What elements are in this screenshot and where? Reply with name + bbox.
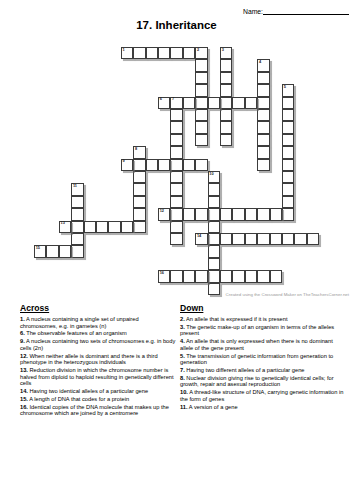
clue-number: 8 <box>135 147 137 152</box>
grid-cell[interactable] <box>195 84 207 96</box>
grid-cell[interactable] <box>183 47 195 59</box>
grid-cell[interactable] <box>282 109 294 121</box>
grid-cell[interactable] <box>195 109 207 121</box>
clue-item: 13. Reduction division in which the chro… <box>20 367 176 387</box>
grid-cell[interactable] <box>282 208 294 220</box>
grid-cell[interactable] <box>245 208 257 220</box>
grid-cell[interactable] <box>183 208 195 220</box>
clue-number: 16 <box>160 271 164 276</box>
grid-cell[interactable] <box>232 270 244 282</box>
grid-cell[interactable] <box>170 134 182 146</box>
grid-cell[interactable]: 2 <box>195 47 207 59</box>
grid-cell[interactable] <box>282 183 294 195</box>
grid-cell[interactable] <box>71 208 83 220</box>
grid-cell[interactable] <box>195 134 207 146</box>
grid-cell[interactable] <box>71 221 83 233</box>
grid-cell[interactable] <box>282 121 294 133</box>
grid-cell[interactable] <box>170 183 182 195</box>
grid-cell[interactable] <box>46 245 58 257</box>
grid-cell[interactable] <box>208 97 220 109</box>
grid-cell[interactable]: 4 <box>257 59 269 71</box>
grid-cell[interactable] <box>208 196 220 208</box>
down-clues-column: Down 2. An allele that is expressed if i… <box>180 303 347 418</box>
across-header: Across <box>20 303 176 313</box>
clue-item: 9. A nucleus containing two sets of chro… <box>20 338 176 351</box>
name-label: Name: <box>243 8 263 15</box>
clue-item: 14. Having two identical alleles of a pa… <box>20 388 176 395</box>
grid-cell[interactable] <box>195 270 207 282</box>
clue-item: 6. The observable features of an organis… <box>20 330 176 337</box>
across-clue-list: 1. A nucleus containing a single set of … <box>20 316 176 417</box>
grid-cell[interactable] <box>245 270 257 282</box>
grid-cell[interactable] <box>208 270 220 282</box>
grid-cell[interactable]: 7 <box>170 97 182 109</box>
grid-cell[interactable] <box>220 270 232 282</box>
clue-number: 5 <box>284 85 286 90</box>
grid-cell[interactable] <box>307 233 319 245</box>
grid-cell[interactable] <box>170 159 182 171</box>
grid-cell[interactable] <box>208 245 220 257</box>
crossword-grid: 12345678910111213141516 <box>34 47 320 296</box>
grid-cell[interactable] <box>84 221 96 233</box>
grid-cell[interactable] <box>208 183 220 195</box>
grid-cell[interactable] <box>133 159 145 171</box>
grid-cell[interactable] <box>257 208 269 220</box>
grid-cell[interactable] <box>270 270 282 282</box>
clue-number: 1 <box>122 48 124 53</box>
credit-text: Created using the Crossword Maker on The… <box>226 292 349 297</box>
grid-cell[interactable] <box>133 183 145 195</box>
grid-cell[interactable] <box>71 233 83 245</box>
clue-number: 10 <box>209 172 213 177</box>
grid-cell[interactable] <box>294 233 306 245</box>
grid-cell[interactable] <box>195 208 207 220</box>
grid-cell[interactable] <box>158 159 170 171</box>
grid-cell[interactable] <box>257 97 269 109</box>
grid-cell[interactable] <box>195 72 207 84</box>
name-underline[interactable] <box>263 7 349 15</box>
clue-number: 15 <box>36 246 40 251</box>
grid-cell[interactable] <box>257 146 269 158</box>
grid-cell[interactable] <box>183 270 195 282</box>
grid-cell[interactable] <box>257 72 269 84</box>
grid-cell[interactable]: 6 <box>158 97 170 109</box>
grid-cell[interactable] <box>146 159 158 171</box>
clue-number: 13 <box>60 221 64 226</box>
grid-cell[interactable] <box>96 221 108 233</box>
grid-cell[interactable]: 11 <box>71 183 83 195</box>
clue-number: 11 <box>73 184 77 189</box>
worksheet-page: Name: 17. Inheritance 123456789101112131… <box>0 0 353 500</box>
clue-item: 11. A version of a gene <box>180 404 347 411</box>
grid-cell[interactable] <box>195 159 207 171</box>
grid-cell[interactable] <box>282 171 294 183</box>
clue-item: 2. An allele that is expressed if it is … <box>180 316 347 323</box>
grid-cell[interactable]: 3 <box>220 47 232 59</box>
across-clues-column: Across 1. A nucleus containing a single … <box>20 303 176 418</box>
grid-cell[interactable] <box>170 121 182 133</box>
grid-cell[interactable] <box>133 171 145 183</box>
grid-cell[interactable] <box>170 208 182 220</box>
grid-cell[interactable] <box>220 208 232 220</box>
grid-cell[interactable] <box>208 233 220 245</box>
clue-lists: Across 1. A nucleus containing a single … <box>20 303 347 418</box>
grid-cell[interactable] <box>220 84 232 96</box>
grid-cell[interactable] <box>282 134 294 146</box>
grid-cell[interactable] <box>170 221 182 233</box>
grid-cell[interactable] <box>170 270 182 282</box>
grid-cell[interactable] <box>170 109 182 121</box>
down-header: Down <box>180 303 347 313</box>
grid-cell[interactable] <box>71 245 83 257</box>
grid-cell[interactable]: 15 <box>34 245 46 257</box>
grid-cell[interactable]: 13 <box>59 221 71 233</box>
grid-cell[interactable] <box>133 47 145 59</box>
clue-number: 14 <box>197 234 201 239</box>
clue-item: 3. The genetic make-up of an organism in… <box>180 324 347 337</box>
grid-cell[interactable] <box>121 221 133 233</box>
grid-cell[interactable] <box>108 221 120 233</box>
grid-cell[interactable] <box>232 233 244 245</box>
grid-cell[interactable] <box>232 208 244 220</box>
clue-item: 16. Identical copies of the DNA molecule… <box>20 404 176 417</box>
grid-cell[interactable] <box>133 221 145 233</box>
grid-cell[interactable]: 9 <box>121 159 133 171</box>
grid-cell[interactable] <box>270 208 282 220</box>
grid-cell[interactable] <box>133 196 145 208</box>
grid-cell[interactable] <box>282 159 294 171</box>
grid-cell[interactable] <box>183 97 195 109</box>
grid-cell[interactable] <box>59 245 71 257</box>
clue-item: 12. When neither allele is dominant and … <box>20 353 176 366</box>
grid-cell[interactable]: 5 <box>282 84 294 96</box>
grid-cell[interactable] <box>220 233 232 245</box>
grid-cell[interactable] <box>208 221 220 233</box>
grid-cell[interactable] <box>257 233 269 245</box>
grid-cell[interactable] <box>282 233 294 245</box>
grid-cell[interactable] <box>220 59 232 71</box>
grid-cell[interactable] <box>208 208 220 220</box>
clue-number: 7 <box>172 97 174 102</box>
grid-cell[interactable] <box>220 72 232 84</box>
grid-cell[interactable] <box>282 97 294 109</box>
grid-cell[interactable] <box>220 134 232 146</box>
page-title: 17. Inheritance <box>0 19 353 31</box>
grid-cell[interactable] <box>170 196 182 208</box>
grid-cell[interactable] <box>220 121 232 133</box>
grid-cell[interactable] <box>220 97 232 109</box>
grid-cell[interactable] <box>158 47 170 59</box>
clue-number: 2 <box>197 48 199 53</box>
clue-number: 4 <box>259 60 261 65</box>
grid-cell[interactable] <box>232 97 244 109</box>
grid-cell[interactable]: 14 <box>195 233 207 245</box>
grid-cell[interactable] <box>270 233 282 245</box>
grid-cell[interactable] <box>146 47 158 59</box>
grid-cell[interactable] <box>195 121 207 133</box>
grid-cell[interactable] <box>133 208 145 220</box>
grid-cell[interactable]: 8 <box>133 146 145 158</box>
grid-cell[interactable] <box>282 146 294 158</box>
grid-cell[interactable] <box>245 233 257 245</box>
grid-cell[interactable] <box>220 109 232 121</box>
grid-cell[interactable]: 12 <box>158 208 170 220</box>
grid-cell[interactable] <box>257 270 269 282</box>
grid-cell[interactable] <box>257 134 269 146</box>
grid-cell[interactable] <box>245 97 257 109</box>
grid-cell[interactable] <box>195 97 207 109</box>
clue-number: 3 <box>222 48 224 53</box>
grid-cell[interactable] <box>183 159 195 171</box>
grid-cell[interactable] <box>257 121 269 133</box>
grid-cell[interactable]: 16 <box>158 270 170 282</box>
grid-cell[interactable] <box>170 146 182 158</box>
grid-cell[interactable] <box>170 233 182 245</box>
clue-item: 7. Having two different alleles of a par… <box>180 367 347 374</box>
clue-item: 5. The transmission of genetic informati… <box>180 353 347 366</box>
clue-item: 8. Nuclear division giving rise to genet… <box>180 375 347 388</box>
grid-cell[interactable] <box>257 109 269 121</box>
grid-cell[interactable] <box>170 171 182 183</box>
clue-number: 6 <box>160 97 162 102</box>
grid-cell[interactable] <box>257 84 269 96</box>
clue-item: 15. A length of DNA that codes for a pro… <box>20 396 176 403</box>
grid-cell[interactable] <box>257 159 269 171</box>
grid-cell[interactable]: 1 <box>121 47 133 59</box>
clue-item: 1. A nucleus containing a single set of … <box>20 316 176 329</box>
grid-cell[interactable] <box>170 47 182 59</box>
grid-cell[interactable] <box>208 283 220 295</box>
grid-cell[interactable] <box>208 258 220 270</box>
grid-cell[interactable] <box>282 196 294 208</box>
clue-number: 12 <box>160 209 164 214</box>
grid-cell[interactable]: 10 <box>208 171 220 183</box>
grid-cell[interactable] <box>195 59 207 71</box>
grid-cell[interactable] <box>71 196 83 208</box>
down-clue-list: 2. An allele that is expressed if it is … <box>180 316 347 410</box>
name-line: Name: <box>243 7 349 15</box>
clue-number: 9 <box>122 159 124 164</box>
clue-item: 4. An allele that is only expressed when… <box>180 338 347 351</box>
clue-item: 10. A thread-like structure of DNA, carr… <box>180 389 347 402</box>
